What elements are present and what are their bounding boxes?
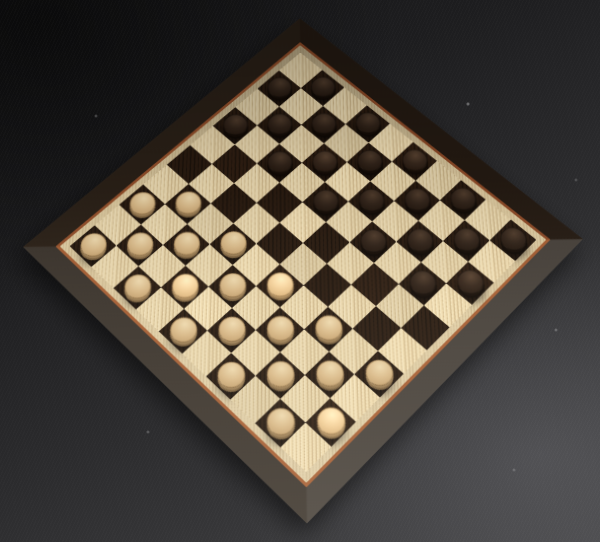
board-grid [70,53,537,472]
table-surface [0,0,600,542]
draughts-board [23,18,583,523]
board-shadow-wrapper [0,0,600,542]
